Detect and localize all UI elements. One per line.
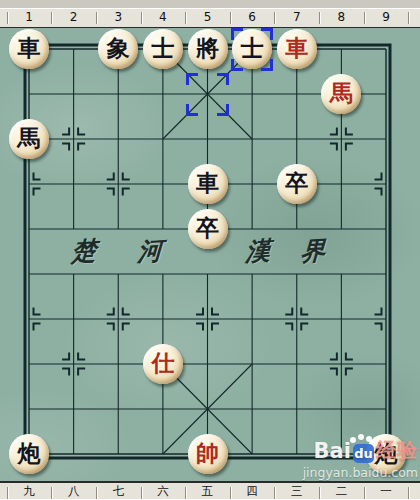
piece-glyph: 炮 [18,442,41,465]
board-point-f3r1[interactable]: 象 [96,27,141,72]
piece-black-cannon[interactable]: 炮 [366,434,406,474]
piece-glyph: 象 [107,37,130,60]
piece-glyph: 車 [18,37,41,60]
highlight-point-f6r1 [230,27,275,72]
piece-black-chariot[interactable]: 車 [9,29,49,69]
piece-glyph: 車 [285,37,308,60]
file-label-bottom-8: 二 [336,484,348,499]
file-label-bottom-7: 三 [291,484,303,499]
piece-glyph: 仕 [151,352,174,375]
header-tick [51,12,53,24]
piece-black-horse[interactable]: 馬 [9,119,49,159]
header-tick [96,487,98,499]
header-tick [364,487,366,499]
piece-glyph: 車 [196,172,219,195]
header-tick [7,487,9,499]
piece-glyph: 士 [151,37,174,60]
board-point-f1r3[interactable]: 馬 [7,117,52,162]
board-point-f5r4[interactable]: 車 [185,162,230,207]
bottom-file-labels: 九八七六五四三二一 [0,481,420,500]
highlight-point-f5r2 [185,72,230,117]
piece-glyph: 炮 [375,442,398,465]
board-point-f7r4[interactable]: 卒 [274,162,319,207]
piece-glyph: 帥 [196,442,219,465]
piece-black-soldier[interactable]: 卒 [277,164,317,204]
file-label-top-2: 2 [70,10,78,24]
file-label-top-1: 1 [25,10,33,24]
file-label-top-8: 8 [338,10,346,24]
file-label-top-7: 7 [293,10,301,24]
file-label-bottom-9: 一 [380,484,392,499]
top-file-labels: 123456789 [0,0,420,29]
header-tick [274,487,276,499]
file-label-bottom-3: 七 [113,484,125,499]
piece-grid: 車象士將士車馬馬車卒卒仕炮帥炮 [7,27,409,477]
board-point-f8r2[interactable]: 馬 [319,72,364,117]
header-tick [51,487,53,499]
header-tick [274,12,276,24]
board-point-f4r1[interactable]: 士 [141,27,186,72]
file-label-top-3: 3 [114,10,122,24]
board-point-f1r1[interactable]: 車 [7,27,52,72]
header-tick [319,487,321,499]
piece-glyph: 卒 [285,172,308,195]
file-label-bottom-5: 五 [202,484,214,499]
header-tick [141,487,143,499]
header-tick [408,12,410,24]
piece-black-elephant[interactable]: 象 [98,29,138,69]
board-point-f7r1[interactable]: 車 [274,27,319,72]
file-label-top-6: 6 [248,10,256,24]
board-point-f5r5[interactable]: 卒 [185,207,230,252]
header-tick [7,12,9,24]
piece-black-cannon[interactable]: 炮 [9,434,49,474]
piece-black-soldier[interactable]: 卒 [188,209,228,249]
piece-glyph: 馬 [330,82,353,105]
header-tick [96,12,98,24]
file-label-top-4: 4 [159,10,167,24]
file-label-bottom-1: 九 [23,484,35,499]
piece-red-horse[interactable]: 馬 [321,74,361,114]
file-label-bottom-6: 四 [246,484,258,499]
board-point-f5r1[interactable]: 將 [185,27,230,72]
header-tick [141,12,143,24]
piece-black-chariot[interactable]: 車 [188,164,228,204]
header-tick [230,12,232,24]
header-tick [185,487,187,499]
piece-black-general[interactable]: 將 [188,29,228,69]
header-tick [230,487,232,499]
file-label-bottom-2: 八 [68,484,80,499]
header-tick [364,12,366,24]
header-tick [185,12,187,24]
header-tick [408,487,410,499]
board-point-f4r8[interactable]: 仕 [141,342,186,387]
piece-black-advisor[interactable]: 士 [143,29,183,69]
file-label-top-5: 5 [204,10,212,24]
board-point-f1r10[interactable]: 炮 [7,432,52,477]
piece-glyph: 馬 [18,127,41,150]
piece-glyph: 卒 [196,217,219,240]
file-label-top-9: 9 [382,10,390,24]
xiangqi-board[interactable]: 楚河漢界 車象士將士車馬馬車卒卒仕炮帥炮 Bai du 经验 jingyan.b… [0,28,420,481]
selection-brackets [186,73,229,116]
board-point-f5r10[interactable]: 帥 [185,432,230,477]
xiangqi-app-window: 123456789 楚河漢界 車象士將士車馬馬車卒卒仕炮帥炮 Bai du 经验… [0,0,420,500]
piece-glyph: 將 [196,37,219,60]
header-tick [319,12,321,24]
piece-red-general[interactable]: 帥 [188,434,228,474]
piece-red-advisor[interactable]: 仕 [143,344,183,384]
file-label-bottom-4: 六 [157,484,169,499]
selection-brackets [231,28,274,71]
board-point-f9r10[interactable]: 炮 [364,432,409,477]
piece-red-chariot[interactable]: 車 [277,29,317,69]
